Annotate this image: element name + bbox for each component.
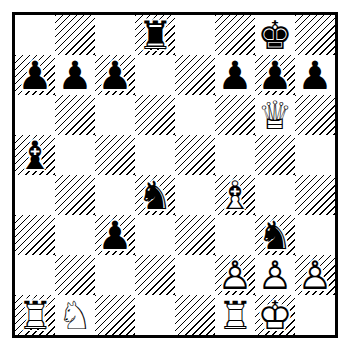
square-b5[interactable] <box>55 135 95 175</box>
square-a4[interactable] <box>15 175 55 215</box>
piece-black-pawn: ♟♟ <box>95 55 135 95</box>
square-e6[interactable] <box>175 95 215 135</box>
square-e1[interactable] <box>175 295 215 335</box>
piece-black-pawn: ♟♟ <box>295 55 335 95</box>
square-e2[interactable] <box>175 255 215 295</box>
square-b2[interactable] <box>55 255 95 295</box>
square-d2[interactable] <box>135 255 175 295</box>
square-b4[interactable] <box>55 175 95 215</box>
square-h8[interactable] <box>295 15 335 55</box>
square-g4[interactable] <box>255 175 295 215</box>
square-f1[interactable]: ♜♖ <box>215 295 255 335</box>
square-c7[interactable]: ♟♟ <box>95 55 135 95</box>
piece-black-bishop: ♝♝ <box>15 135 55 175</box>
square-g1[interactable]: ♚♔ <box>255 295 295 335</box>
piece-black-knight: ♞♞ <box>255 215 295 255</box>
piece-white-knight: ♞♘ <box>55 295 95 335</box>
piece-white-rook: ♜♖ <box>15 295 55 335</box>
square-c2[interactable] <box>95 255 135 295</box>
square-e3[interactable] <box>175 215 215 255</box>
square-g5[interactable] <box>255 135 295 175</box>
square-f2[interactable]: ♟♙ <box>215 255 255 295</box>
piece-white-pawn: ♟♙ <box>295 255 335 295</box>
square-h1[interactable] <box>295 295 335 335</box>
piece-white-bishop: ♝♗ <box>215 175 255 215</box>
square-e8[interactable] <box>175 15 215 55</box>
square-d4[interactable]: ♞♞ <box>135 175 175 215</box>
square-a8[interactable] <box>15 15 55 55</box>
square-g6[interactable]: ♛♕ <box>255 95 295 135</box>
square-g7[interactable]: ♟♟ <box>255 55 295 95</box>
square-a5[interactable]: ♝♝ <box>15 135 55 175</box>
square-d1[interactable] <box>135 295 175 335</box>
square-h4[interactable] <box>295 175 335 215</box>
square-b3[interactable] <box>55 215 95 255</box>
square-a3[interactable] <box>15 215 55 255</box>
piece-black-pawn: ♟♟ <box>95 215 135 255</box>
square-a6[interactable] <box>15 95 55 135</box>
piece-white-king: ♚♔ <box>255 295 295 335</box>
square-f7[interactable]: ♟♟ <box>215 55 255 95</box>
chess-board: ♜♜♚♚♟♟♟♟♟♟♟♟♟♟♟♟♛♕♝♝♞♞♝♗♟♟♞♞♟♙♟♙♟♙♜♖♞♘♜♖… <box>12 12 338 338</box>
square-c4[interactable] <box>95 175 135 215</box>
square-a7[interactable]: ♟♟ <box>15 55 55 95</box>
square-d8[interactable]: ♜♜ <box>135 15 175 55</box>
square-e4[interactable] <box>175 175 215 215</box>
piece-white-rook: ♜♖ <box>215 295 255 335</box>
square-e7[interactable] <box>175 55 215 95</box>
square-e5[interactable] <box>175 135 215 175</box>
piece-black-knight: ♞♞ <box>135 175 175 215</box>
square-c3[interactable]: ♟♟ <box>95 215 135 255</box>
piece-white-queen: ♛♕ <box>255 95 295 135</box>
square-f4[interactable]: ♝♗ <box>215 175 255 215</box>
square-a1[interactable]: ♜♖ <box>15 295 55 335</box>
piece-black-pawn: ♟♟ <box>15 55 55 95</box>
square-h2[interactable]: ♟♙ <box>295 255 335 295</box>
square-d5[interactable] <box>135 135 175 175</box>
square-h6[interactable] <box>295 95 335 135</box>
piece-black-king: ♚♚ <box>255 15 295 55</box>
square-f8[interactable] <box>215 15 255 55</box>
square-g2[interactable]: ♟♙ <box>255 255 295 295</box>
square-c5[interactable] <box>95 135 135 175</box>
square-h5[interactable] <box>295 135 335 175</box>
square-d6[interactable] <box>135 95 175 135</box>
square-g8[interactable]: ♚♚ <box>255 15 295 55</box>
piece-black-rook: ♜♜ <box>135 15 175 55</box>
square-b7[interactable]: ♟♟ <box>55 55 95 95</box>
square-c6[interactable] <box>95 95 135 135</box>
square-h7[interactable]: ♟♟ <box>295 55 335 95</box>
square-c8[interactable] <box>95 15 135 55</box>
piece-white-pawn: ♟♙ <box>255 255 295 295</box>
square-f5[interactable] <box>215 135 255 175</box>
piece-black-pawn: ♟♟ <box>215 55 255 95</box>
square-c1[interactable] <box>95 295 135 335</box>
piece-black-pawn: ♟♟ <box>55 55 95 95</box>
piece-black-pawn: ♟♟ <box>255 55 295 95</box>
square-g3[interactable]: ♞♞ <box>255 215 295 255</box>
piece-white-pawn: ♟♙ <box>215 255 255 295</box>
square-b6[interactable] <box>55 95 95 135</box>
square-h3[interactable] <box>295 215 335 255</box>
square-f6[interactable] <box>215 95 255 135</box>
square-b1[interactable]: ♞♘ <box>55 295 95 335</box>
square-b8[interactable] <box>55 15 95 55</box>
square-f3[interactable] <box>215 215 255 255</box>
square-d3[interactable] <box>135 215 175 255</box>
square-d7[interactable] <box>135 55 175 95</box>
square-a2[interactable] <box>15 255 55 295</box>
